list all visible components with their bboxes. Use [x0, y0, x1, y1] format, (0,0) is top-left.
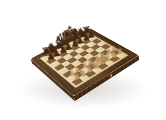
brass-clasp-icon: [110, 74, 112, 77]
chess-set-product-photo: ♜♞♝♛♚♝♞♜♟♟♟♟♟♟♟♟♟♟♟♟♟♟♟♟♜♞♝♛♚♝♞♜: [0, 0, 166, 120]
chessboard: ♜♞♝♛♚♝♞♜♟♟♟♟♟♟♟♟♟♟♟♟♟♟♟♟♜♞♝♛♚♝♞♜: [31, 28, 139, 96]
scene: ♜♞♝♛♚♝♞♜♟♟♟♟♟♟♟♟♟♟♟♟♟♟♟♟♜♞♝♛♚♝♞♜: [0, 0, 166, 120]
